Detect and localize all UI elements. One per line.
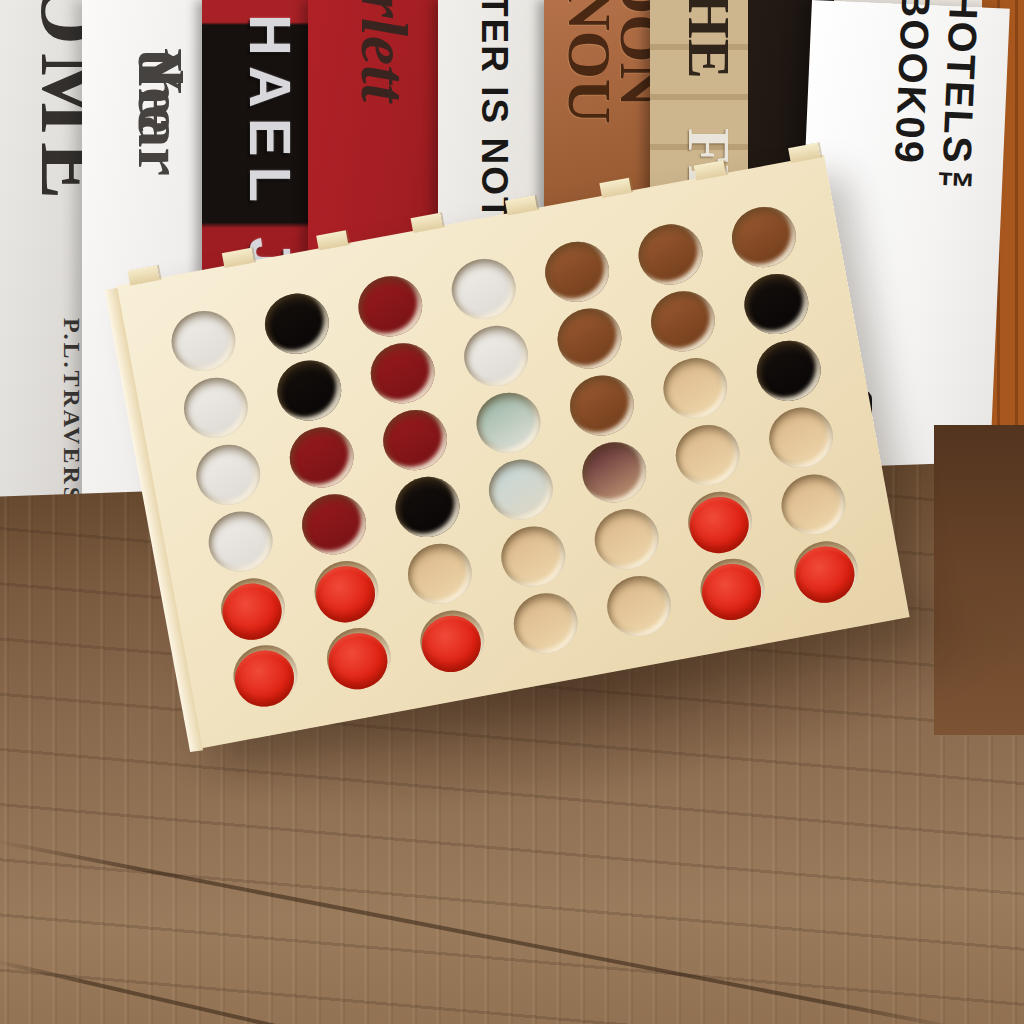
board-hole	[365, 338, 439, 409]
red-disc-in-board	[324, 629, 393, 695]
board-hole	[446, 254, 520, 325]
board-hole	[739, 269, 813, 340]
book-title: NOU	[554, 0, 625, 124]
board-hole	[259, 288, 333, 359]
book-title: rlett	[346, 0, 422, 102]
board-hole	[683, 487, 757, 558]
product-photo-scene: P.L.TRAVERSOMEtheYearHAEL JACrlettTER IS…	[0, 0, 1024, 1024]
board-hole	[378, 405, 452, 476]
board-hole	[415, 605, 489, 676]
board-hole	[471, 388, 545, 459]
board-hole	[788, 536, 862, 607]
board-hole	[727, 202, 801, 273]
board-hole	[589, 504, 663, 575]
board-hole	[552, 303, 626, 374]
panel-text-book09: BOOK09	[886, 0, 939, 166]
board-hole	[577, 437, 651, 508]
board-hole	[764, 402, 838, 473]
board-hole	[633, 219, 707, 290]
board-hole	[284, 422, 358, 493]
board-hole	[178, 373, 252, 444]
board-hole	[309, 556, 383, 627]
book-title: HE	[674, 0, 743, 79]
board-hole	[483, 454, 557, 525]
board-hole	[670, 420, 744, 491]
board-hole	[353, 271, 427, 342]
red-disc-in-board	[417, 611, 486, 677]
board-hole	[216, 573, 290, 644]
board-hole	[695, 553, 769, 624]
board-hole	[658, 353, 732, 424]
board-hole	[496, 521, 570, 592]
board-hole	[645, 286, 719, 357]
red-disc-in-board	[685, 493, 754, 559]
book-subtitle: P.L.TRAVERS	[58, 318, 85, 503]
board-hole	[191, 439, 265, 510]
board-hole	[564, 370, 638, 441]
board-hole	[602, 571, 676, 642]
board-hole	[203, 506, 277, 577]
board-hole	[166, 306, 240, 377]
red-disc-in-board	[218, 579, 287, 645]
board-hole	[390, 472, 464, 543]
board-hole	[751, 336, 825, 407]
board-hole	[321, 623, 395, 694]
red-disc-in-board	[791, 542, 860, 608]
board-hole	[402, 539, 476, 610]
red-disc-in-board	[311, 562, 380, 628]
panel-text-hotels: HOTELS™	[932, 0, 987, 212]
book-title: Year	[123, 48, 197, 176]
board-hole	[508, 588, 582, 659]
red-disc-in-board	[697, 559, 766, 625]
board-hole	[776, 469, 850, 540]
board-hole	[272, 355, 346, 426]
board-hole	[540, 236, 614, 307]
board-hole	[459, 321, 533, 392]
board-hole	[297, 489, 371, 560]
